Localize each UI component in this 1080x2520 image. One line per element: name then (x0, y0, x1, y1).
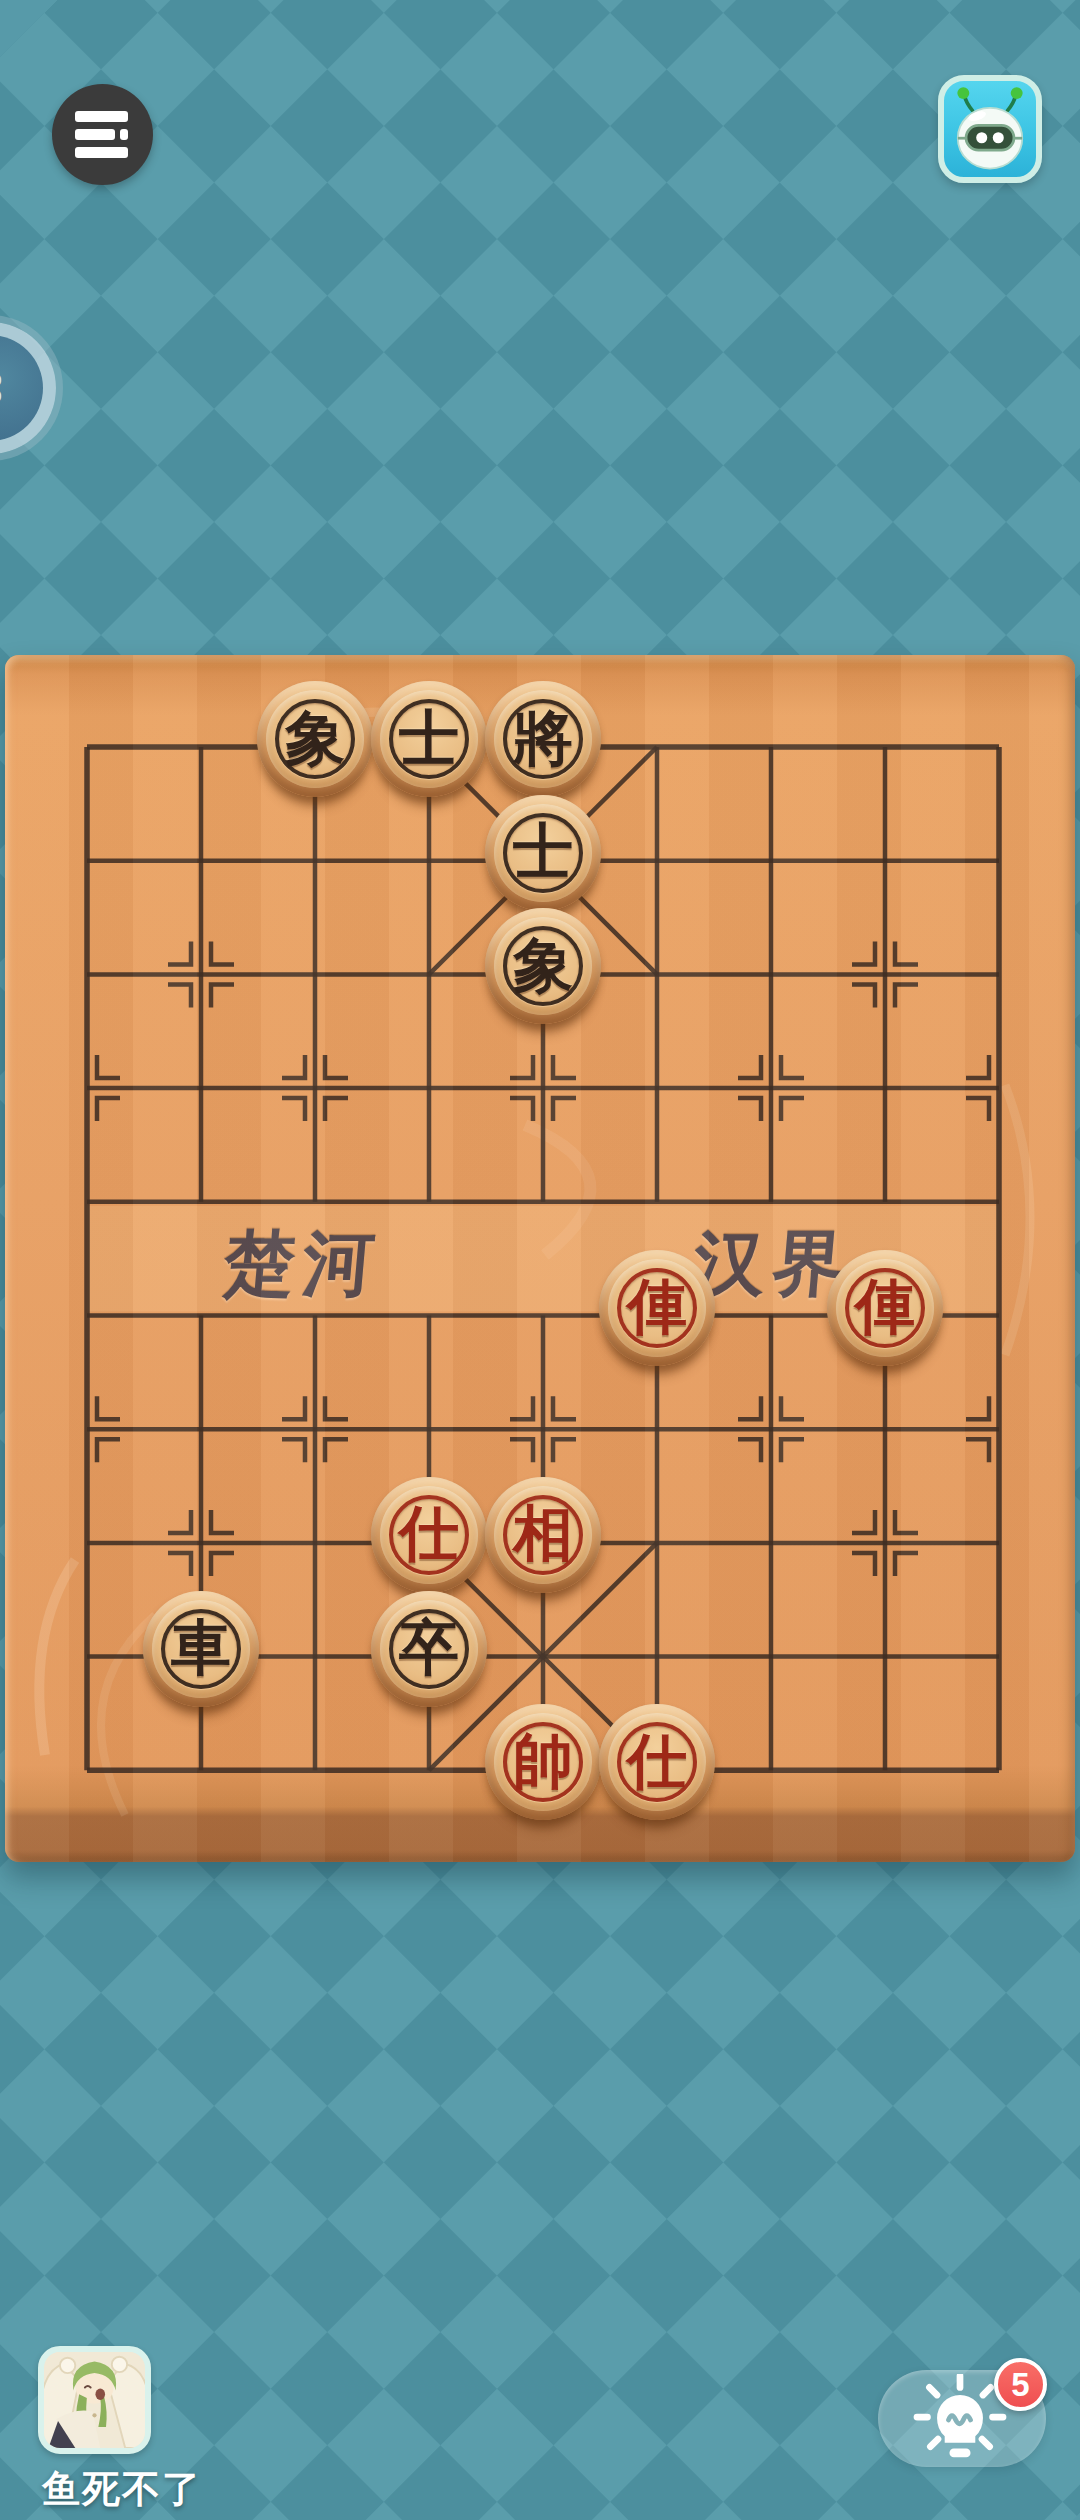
timer-value: 22 (0, 372, 5, 404)
hamburger-menu-icon (75, 111, 130, 158)
piece-black-chariot[interactable]: 車 (143, 1591, 259, 1707)
piece-character: 相 (494, 1486, 592, 1584)
piece-red-chariot[interactable]: 俥 (827, 1250, 943, 1366)
piece-black-elephant[interactable]: 象 (257, 681, 373, 797)
piece-character: 帥 (494, 1713, 592, 1811)
piece-black-elephant[interactable]: 象 (485, 908, 601, 1024)
player-name: 鱼死不了 (42, 2464, 342, 2515)
piece-character: 士 (494, 804, 592, 902)
piece-character: 象 (494, 917, 592, 1015)
piece-character: 象 (266, 690, 364, 788)
piece-character: 俥 (836, 1259, 934, 1357)
piece-red-advisor[interactable]: 仕 (599, 1704, 715, 1820)
piece-black-advisor[interactable]: 士 (371, 681, 487, 797)
robot-icon (944, 81, 1036, 177)
anime-character-icon (44, 2352, 145, 2448)
piece-red-elephant[interactable]: 相 (485, 1477, 601, 1593)
piece-character: 俥 (608, 1259, 706, 1357)
avatar[interactable] (38, 2346, 151, 2454)
hint-button[interactable]: 5 (878, 2370, 1046, 2467)
piece-character: 仕 (608, 1713, 706, 1811)
menu-button[interactable] (52, 84, 153, 185)
piece-red-general[interactable]: 帥 (485, 1704, 601, 1820)
river-label-left: 楚河 (129, 1217, 477, 1312)
piece-character: 士 (380, 690, 478, 788)
timer-dial: 22 (0, 335, 43, 441)
piece-black-soldier[interactable]: 卒 (371, 1591, 487, 1707)
piece-red-advisor[interactable]: 仕 (371, 1477, 487, 1593)
piece-red-chariot[interactable]: 俥 (599, 1250, 715, 1366)
xiangqi-board[interactable]: 楚河 汉界 象士將士象俥俥仕相車卒帥仕 (5, 655, 1075, 1862)
piece-character: 將 (494, 690, 592, 788)
piece-black-advisor[interactable]: 士 (485, 795, 601, 911)
piece-character: 卒 (380, 1600, 478, 1698)
piece-black-general[interactable]: 將 (485, 681, 601, 797)
hint-count-badge: 5 (994, 2358, 1047, 2411)
piece-character: 車 (152, 1600, 250, 1698)
piece-character: 仕 (380, 1486, 478, 1584)
robot-assistant-button[interactable] (938, 75, 1042, 183)
